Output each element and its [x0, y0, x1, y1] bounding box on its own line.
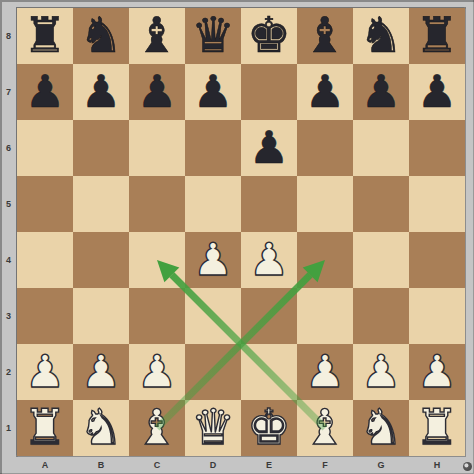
square-a1[interactable]: ♜	[17, 400, 73, 456]
rank-label-8: 8	[1, 8, 16, 64]
square-c4[interactable]	[129, 232, 185, 288]
rank-label-4: 4	[1, 232, 16, 288]
square-e2[interactable]	[241, 344, 297, 400]
piece-black-pawn[interactable]: ♟	[353, 64, 409, 120]
piece-white-pawn[interactable]: ♟	[241, 232, 297, 288]
piece-black-pawn[interactable]: ♟	[73, 64, 129, 120]
square-f3[interactable]	[297, 288, 353, 344]
piece-white-pawn[interactable]: ♟	[73, 344, 129, 400]
square-f4[interactable]	[297, 232, 353, 288]
file-label-h: H	[409, 456, 465, 474]
square-e1[interactable]: ♚	[241, 400, 297, 456]
square-h2[interactable]: ♟	[409, 344, 465, 400]
piece-black-king[interactable]: ♚	[241, 8, 297, 64]
piece-black-knight[interactable]: ♞	[73, 8, 129, 64]
square-f6[interactable]	[297, 120, 353, 176]
square-h5[interactable]	[409, 176, 465, 232]
square-d7[interactable]: ♟	[185, 64, 241, 120]
square-b1[interactable]: ♞	[73, 400, 129, 456]
file-label-a: A	[17, 456, 73, 474]
square-e4[interactable]: ♟	[241, 232, 297, 288]
piece-black-queen[interactable]: ♛	[185, 8, 241, 64]
square-b3[interactable]	[73, 288, 129, 344]
square-d4[interactable]: ♟	[185, 232, 241, 288]
square-d2[interactable]	[185, 344, 241, 400]
square-h4[interactable]	[409, 232, 465, 288]
square-b4[interactable]	[73, 232, 129, 288]
square-b7[interactable]: ♟	[73, 64, 129, 120]
piece-white-knight[interactable]: ♞	[353, 400, 409, 456]
square-e7[interactable]	[241, 64, 297, 120]
chess-board[interactable]: ♜♞♝♛♚♝♞♜♟♟♟♟♟♟♟♟♟♟♟♟♟♟♟♟♜♞♝♛♚♝♞♜	[17, 8, 465, 456]
piece-white-knight[interactable]: ♞	[73, 400, 129, 456]
rank-label-1: 1	[1, 400, 16, 456]
square-f5[interactable]	[297, 176, 353, 232]
file-label-e: E	[241, 456, 297, 474]
square-b6[interactable]	[73, 120, 129, 176]
square-g5[interactable]	[353, 176, 409, 232]
piece-white-queen[interactable]: ♛	[185, 400, 241, 456]
square-a3[interactable]	[17, 288, 73, 344]
piece-black-pawn[interactable]: ♟	[17, 64, 73, 120]
piece-white-bishop[interactable]: ♝	[297, 400, 353, 456]
square-f7[interactable]: ♟	[297, 64, 353, 120]
square-a5[interactable]	[17, 176, 73, 232]
square-a2[interactable]: ♟	[17, 344, 73, 400]
square-d6[interactable]	[185, 120, 241, 176]
square-e3[interactable]	[241, 288, 297, 344]
square-g4[interactable]	[353, 232, 409, 288]
square-b8[interactable]: ♞	[73, 8, 129, 64]
square-h7[interactable]: ♟	[409, 64, 465, 120]
square-c6[interactable]	[129, 120, 185, 176]
rank-label-7: 7	[1, 64, 16, 120]
square-c8[interactable]: ♝	[129, 8, 185, 64]
piece-white-pawn[interactable]: ♟	[353, 344, 409, 400]
piece-white-rook[interactable]: ♜	[409, 400, 465, 456]
piece-black-pawn[interactable]: ♟	[241, 120, 297, 176]
rank-label-3: 3	[1, 288, 16, 344]
square-c1[interactable]: ♝	[129, 400, 185, 456]
square-g8[interactable]: ♞	[353, 8, 409, 64]
piece-white-rook[interactable]: ♜	[17, 400, 73, 456]
square-e5[interactable]	[241, 176, 297, 232]
file-label-d: D	[185, 456, 241, 474]
square-h1[interactable]: ♜	[409, 400, 465, 456]
piece-black-rook[interactable]: ♜	[409, 8, 465, 64]
square-g6[interactable]	[353, 120, 409, 176]
rank-label-6: 6	[1, 120, 16, 176]
square-b5[interactable]	[73, 176, 129, 232]
piece-white-pawn[interactable]: ♟	[17, 344, 73, 400]
file-label-g: G	[353, 456, 409, 474]
piece-black-pawn[interactable]: ♟	[297, 64, 353, 120]
file-label-f: F	[297, 456, 353, 474]
piece-black-bishop[interactable]: ♝	[297, 8, 353, 64]
square-a6[interactable]	[17, 120, 73, 176]
rank-label-5: 5	[1, 176, 16, 232]
piece-white-bishop[interactable]: ♝	[129, 400, 185, 456]
piece-white-pawn[interactable]: ♟	[409, 344, 465, 400]
file-label-c: C	[129, 456, 185, 474]
square-b2[interactable]: ♟	[73, 344, 129, 400]
piece-white-pawn[interactable]: ♟	[129, 344, 185, 400]
square-g2[interactable]: ♟	[353, 344, 409, 400]
square-h3[interactable]	[409, 288, 465, 344]
square-a7[interactable]: ♟	[17, 64, 73, 120]
square-f2[interactable]: ♟	[297, 344, 353, 400]
square-c7[interactable]: ♟	[129, 64, 185, 120]
square-c3[interactable]	[129, 288, 185, 344]
square-h6[interactable]	[409, 120, 465, 176]
square-h8[interactable]: ♜	[409, 8, 465, 64]
gear-dot-icon[interactable]	[463, 462, 472, 471]
piece-black-rook[interactable]: ♜	[17, 8, 73, 64]
piece-white-pawn[interactable]: ♟	[297, 344, 353, 400]
piece-black-pawn[interactable]: ♟	[129, 64, 185, 120]
piece-black-knight[interactable]: ♞	[353, 8, 409, 64]
piece-black-pawn[interactable]: ♟	[409, 64, 465, 120]
piece-white-king[interactable]: ♚	[241, 400, 297, 456]
piece-black-pawn[interactable]: ♟	[185, 64, 241, 120]
square-e6[interactable]: ♟	[241, 120, 297, 176]
square-d5[interactable]	[185, 176, 241, 232]
square-g7[interactable]: ♟	[353, 64, 409, 120]
square-a4[interactable]	[17, 232, 73, 288]
square-g1[interactable]: ♞	[353, 400, 409, 456]
square-f8[interactable]: ♝	[297, 8, 353, 64]
square-d8[interactable]: ♛	[185, 8, 241, 64]
square-c5[interactable]	[129, 176, 185, 232]
piece-white-pawn[interactable]: ♟	[185, 232, 241, 288]
piece-black-bishop[interactable]: ♝	[129, 8, 185, 64]
square-d3[interactable]	[185, 288, 241, 344]
rank-label-2: 2	[1, 344, 16, 400]
board-frame: ♜♞♝♛♚♝♞♜♟♟♟♟♟♟♟♟♟♟♟♟♟♟♟♟♜♞♝♛♚♝♞♜ 8765432…	[0, 0, 474, 474]
square-g3[interactable]	[353, 288, 409, 344]
square-e8[interactable]: ♚	[241, 8, 297, 64]
square-c2[interactable]: ♟	[129, 344, 185, 400]
square-d1[interactable]: ♛	[185, 400, 241, 456]
square-a8[interactable]: ♜	[17, 8, 73, 64]
square-f1[interactable]: ♝	[297, 400, 353, 456]
file-label-b: B	[73, 456, 129, 474]
